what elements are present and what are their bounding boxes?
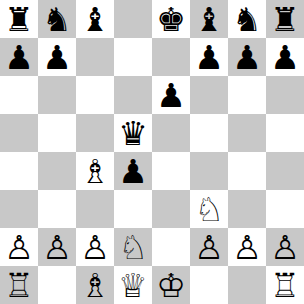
piece-black-bishop: ♝ xyxy=(80,1,110,39)
square-g6[interactable] xyxy=(228,76,266,114)
square-d4[interactable]: ♟ xyxy=(114,152,152,190)
square-g1[interactable] xyxy=(228,266,266,304)
square-c7[interactable] xyxy=(76,38,114,76)
piece-black-rook: ♜ xyxy=(4,1,34,39)
piece-white-pawn: ♙ xyxy=(80,229,110,267)
piece-black-queen: ♛ xyxy=(118,115,148,153)
piece-white-pawn: ♙ xyxy=(4,229,34,267)
square-h7[interactable]: ♟ xyxy=(266,38,304,76)
square-b2[interactable]: ♙ xyxy=(38,228,76,266)
square-d5[interactable]: ♛ xyxy=(114,114,152,152)
square-f5[interactable] xyxy=(190,114,228,152)
square-f4[interactable] xyxy=(190,152,228,190)
square-d2[interactable]: ♘ xyxy=(114,228,152,266)
piece-black-king: ♚ xyxy=(156,1,186,39)
square-d6[interactable] xyxy=(114,76,152,114)
piece-black-pawn: ♟ xyxy=(194,39,224,77)
square-a2[interactable]: ♙ xyxy=(0,228,38,266)
square-g2[interactable]: ♙ xyxy=(228,228,266,266)
piece-white-queen: ♕ xyxy=(118,267,148,304)
square-a5[interactable] xyxy=(0,114,38,152)
square-e5[interactable] xyxy=(152,114,190,152)
square-f8[interactable]: ♝ xyxy=(190,0,228,38)
square-e4[interactable] xyxy=(152,152,190,190)
piece-white-bishop: ♗ xyxy=(80,267,110,304)
square-c1[interactable]: ♗ xyxy=(76,266,114,304)
square-d1[interactable]: ♕ xyxy=(114,266,152,304)
piece-black-knight: ♞ xyxy=(42,1,72,39)
square-f7[interactable]: ♟ xyxy=(190,38,228,76)
square-b7[interactable]: ♟ xyxy=(38,38,76,76)
square-h1[interactable]: ♖ xyxy=(266,266,304,304)
square-a7[interactable]: ♟ xyxy=(0,38,38,76)
piece-black-pawn: ♟ xyxy=(156,77,186,115)
square-g5[interactable] xyxy=(228,114,266,152)
square-a6[interactable] xyxy=(0,76,38,114)
square-b6[interactable] xyxy=(38,76,76,114)
square-g8[interactable]: ♞ xyxy=(228,0,266,38)
piece-black-pawn: ♟ xyxy=(270,39,300,77)
square-e6[interactable]: ♟ xyxy=(152,76,190,114)
piece-black-knight: ♞ xyxy=(232,1,262,39)
square-e2[interactable] xyxy=(152,228,190,266)
piece-black-rook: ♜ xyxy=(270,1,300,39)
square-b1[interactable] xyxy=(38,266,76,304)
square-e8[interactable]: ♚ xyxy=(152,0,190,38)
square-f1[interactable] xyxy=(190,266,228,304)
square-b8[interactable]: ♞ xyxy=(38,0,76,38)
square-a1[interactable]: ♖ xyxy=(0,266,38,304)
square-a4[interactable] xyxy=(0,152,38,190)
square-b4[interactable] xyxy=(38,152,76,190)
square-a8[interactable]: ♜ xyxy=(0,0,38,38)
piece-white-pawn: ♙ xyxy=(270,229,300,267)
piece-white-king: ♔ xyxy=(156,267,186,304)
chess-board-container: ♜♞♝♚♝♞♜♟♟♟♟♟♟♛♗♟♘♙♙♙♘♙♙♙♖♗♕♔♖ xyxy=(0,0,304,304)
piece-black-bishop: ♝ xyxy=(194,1,224,39)
piece-white-rook: ♖ xyxy=(4,267,34,304)
square-e7[interactable] xyxy=(152,38,190,76)
square-c5[interactable] xyxy=(76,114,114,152)
piece-white-knight: ♘ xyxy=(118,229,148,267)
square-e3[interactable] xyxy=(152,190,190,228)
square-f3[interactable]: ♘ xyxy=(190,190,228,228)
square-a3[interactable] xyxy=(0,190,38,228)
square-d7[interactable] xyxy=(114,38,152,76)
piece-white-bishop: ♗ xyxy=(80,153,110,191)
piece-black-pawn: ♟ xyxy=(4,39,34,77)
square-h8[interactable]: ♜ xyxy=(266,0,304,38)
piece-white-knight: ♘ xyxy=(194,191,224,229)
square-c6[interactable] xyxy=(76,76,114,114)
square-d3[interactable] xyxy=(114,190,152,228)
chess-board: ♜♞♝♚♝♞♜♟♟♟♟♟♟♛♗♟♘♙♙♙♘♙♙♙♖♗♕♔♖ xyxy=(0,0,304,304)
square-b5[interactable] xyxy=(38,114,76,152)
square-h5[interactable] xyxy=(266,114,304,152)
piece-black-pawn: ♟ xyxy=(232,39,262,77)
piece-white-pawn: ♙ xyxy=(232,229,262,267)
square-f2[interactable]: ♙ xyxy=(190,228,228,266)
square-e1[interactable]: ♔ xyxy=(152,266,190,304)
square-c8[interactable]: ♝ xyxy=(76,0,114,38)
square-f6[interactable] xyxy=(190,76,228,114)
square-c2[interactable]: ♙ xyxy=(76,228,114,266)
square-b3[interactable] xyxy=(38,190,76,228)
square-c4[interactable]: ♗ xyxy=(76,152,114,190)
square-h2[interactable]: ♙ xyxy=(266,228,304,266)
piece-white-rook: ♖ xyxy=(270,267,300,304)
square-c3[interactable] xyxy=(76,190,114,228)
square-h3[interactable] xyxy=(266,190,304,228)
piece-white-pawn: ♙ xyxy=(42,229,72,267)
square-g4[interactable] xyxy=(228,152,266,190)
square-h6[interactable] xyxy=(266,76,304,114)
piece-black-pawn: ♟ xyxy=(42,39,72,77)
piece-white-pawn: ♙ xyxy=(194,229,224,267)
square-h4[interactable] xyxy=(266,152,304,190)
square-g7[interactable]: ♟ xyxy=(228,38,266,76)
square-g3[interactable] xyxy=(228,190,266,228)
square-d8[interactable] xyxy=(114,0,152,38)
piece-black-pawn: ♟ xyxy=(118,153,148,191)
